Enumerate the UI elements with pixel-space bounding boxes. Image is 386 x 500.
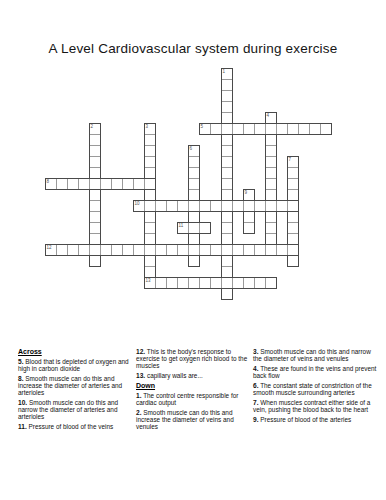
crossword-cell[interactable] (265, 278, 266, 288)
clue-heading-across: Across (18, 348, 132, 356)
crossword-cell[interactable] (243, 201, 244, 211)
clue-number-label: 9 (245, 190, 248, 195)
crossword-cell[interactable] (222, 189, 232, 190)
crossword-cell[interactable] (288, 233, 298, 234)
crossword-cell[interactable] (265, 201, 266, 211)
clue-number-label: 1 (223, 69, 226, 74)
clue-number-label: 6 (190, 146, 193, 151)
clue-5: 5. Blood that is depleted of oxygen and … (18, 358, 132, 372)
clue-number: 2. (136, 409, 142, 416)
clue-7: 7. When muscles contract either side of … (253, 399, 380, 413)
crossword-cell[interactable] (145, 222, 155, 223)
crossword-cell[interactable] (222, 145, 232, 146)
crossword-cell[interactable] (210, 124, 211, 134)
clue-number-label: 11 (179, 223, 184, 228)
crossword-cell[interactable] (56, 179, 57, 189)
crossword-cell[interactable] (90, 134, 100, 135)
crossword-cell[interactable] (145, 134, 155, 135)
clue-number-label: 4 (267, 113, 270, 118)
crossword-cell[interactable] (221, 124, 222, 134)
crossword-cell[interactable] (56, 245, 57, 255)
clue-number: 6. (253, 382, 259, 389)
crossword-cell[interactable] (276, 201, 277, 211)
word-8-across (45, 178, 156, 190)
crossword-cell[interactable] (145, 266, 155, 267)
crossword-cell[interactable] (90, 200, 100, 201)
crossword-cell[interactable] (166, 245, 167, 255)
crossword-cell[interactable] (122, 245, 123, 255)
clue-2: 2. Smooth muscle can do this and increas… (136, 409, 249, 430)
crossword-cell[interactable] (266, 178, 276, 179)
word-10-across (133, 200, 299, 212)
crossword-cell[interactable] (222, 112, 232, 113)
clue-12: 12. This is the body's response to exerc… (136, 348, 249, 369)
crossword-cell[interactable] (276, 245, 277, 255)
clue-number-label: 3 (146, 124, 149, 129)
crossword-cell[interactable] (222, 79, 232, 80)
crossword-cell[interactable] (309, 124, 310, 134)
crossword-cell[interactable] (122, 179, 123, 189)
crossword-cell[interactable] (244, 222, 254, 223)
crossword-cell[interactable] (133, 179, 134, 189)
clue-number: 3. (253, 348, 259, 355)
crossword-cell[interactable] (111, 245, 112, 255)
clue-1: 1. The control centre responsible for ca… (136, 392, 249, 406)
clue-number-label: 5 (201, 124, 204, 129)
clue-number: 11. (18, 423, 27, 430)
crossword-cell[interactable] (90, 211, 100, 212)
crossword-cell[interactable] (266, 167, 276, 168)
clue-number-label: 7 (289, 157, 292, 162)
crossword-cell[interactable] (155, 278, 156, 288)
clue-number: 9. (253, 416, 259, 423)
clue-number: 5. (18, 358, 24, 365)
clue-number-label: 8 (47, 179, 50, 184)
crossword-cell[interactable] (266, 156, 276, 157)
crossword-cell[interactable] (222, 266, 232, 267)
clue-column-1: Across5. Blood that is depleted of oxyge… (18, 348, 132, 433)
crossword-cell[interactable] (188, 245, 189, 255)
crossword-cell[interactable] (243, 124, 244, 134)
clue-number: 12. (136, 348, 145, 355)
crossword-cell[interactable] (243, 245, 244, 255)
crossword-cell[interactable] (177, 245, 178, 255)
clue-9: 9. Pressure of blood of the arteries (253, 416, 380, 423)
crossword-cell[interactable] (90, 167, 100, 168)
crossword-cell[interactable] (144, 179, 145, 189)
clue-number: 13. (136, 372, 145, 379)
crossword-cell[interactable] (177, 201, 178, 211)
clue-number-label: 2 (91, 124, 94, 129)
crossword-cell[interactable] (166, 278, 167, 288)
crossword-cell[interactable] (145, 156, 155, 157)
crossword-cell[interactable] (144, 245, 145, 255)
clue-3: 3. Smooth muscle can do this and narrow … (253, 348, 380, 362)
crossword-cell[interactable] (133, 245, 134, 255)
crossword-cell[interactable] (144, 201, 145, 211)
crossword-cell[interactable] (222, 178, 232, 179)
crossword-cell[interactable] (199, 201, 200, 211)
word-12-across (45, 244, 299, 256)
clue-number-label: 10 (135, 201, 140, 206)
crossword-grid: 12345678910111213 (0, 0, 386, 345)
crossword-cell[interactable] (232, 124, 233, 134)
crossword-cell[interactable] (222, 167, 232, 168)
crossword-cell[interactable] (222, 156, 232, 157)
crossword-cell[interactable] (189, 189, 199, 190)
word-5-across (199, 123, 332, 135)
crossword-cell[interactable] (265, 124, 266, 134)
crossword-cell[interactable] (254, 124, 255, 134)
clue-number: 8. (18, 375, 24, 382)
crossword-cell[interactable] (266, 222, 276, 223)
clue-number-label: 12 (47, 245, 52, 250)
crossword-cell[interactable] (221, 245, 222, 255)
crossword-cell[interactable] (90, 233, 100, 234)
clue-13: 13. capillary walls are... (136, 372, 249, 379)
crossword-cell[interactable] (298, 124, 299, 134)
crossword-cell[interactable] (288, 167, 298, 168)
crossword-cell[interactable] (222, 90, 232, 91)
crossword-cell[interactable] (254, 201, 255, 211)
crossword-cell[interactable] (221, 201, 222, 211)
crossword-cell[interactable] (210, 278, 211, 288)
crossword-cell[interactable] (221, 278, 222, 288)
crossword-cell[interactable] (266, 145, 276, 146)
clue-number: 4. (253, 365, 259, 372)
crossword-cell[interactable] (89, 245, 90, 255)
crossword-cell[interactable] (222, 101, 232, 102)
crossword-cell[interactable] (287, 245, 288, 255)
crossword-cell[interactable] (232, 201, 233, 211)
crossword-cell[interactable] (188, 278, 189, 288)
crossword-cell[interactable] (288, 178, 298, 179)
crossword-cell[interactable] (100, 245, 101, 255)
clue-4: 4. These are found in the veins and prev… (253, 365, 380, 379)
clue-11: 11. Pressure of blood of the veins (18, 423, 132, 430)
crossword-cell[interactable] (145, 145, 155, 146)
crossword-cell[interactable] (155, 201, 156, 211)
crossword-cell[interactable] (188, 223, 189, 233)
crossword-cell[interactable] (145, 233, 155, 234)
crossword-cell[interactable] (100, 179, 101, 189)
crossword-cell[interactable] (189, 178, 199, 179)
crossword-cell[interactable] (266, 189, 276, 190)
crossword-cell[interactable] (90, 145, 100, 146)
clue-6: 6. The constant state of constriction of… (253, 382, 380, 396)
crossword-cell[interactable] (287, 201, 288, 211)
crossword-cell[interactable] (288, 189, 298, 190)
crossword-cell[interactable] (189, 156, 199, 157)
crossword-cell[interactable] (67, 179, 68, 189)
crossword-cell[interactable] (111, 179, 112, 189)
crossword-cell[interactable] (166, 201, 167, 211)
clue-column-3: 3. Smooth muscle can do this and narrow … (253, 348, 380, 426)
crossword-cell[interactable] (199, 223, 200, 233)
crossword-cell[interactable] (188, 201, 189, 211)
crossword-cell[interactable] (199, 245, 200, 255)
crossword-cell[interactable] (210, 201, 211, 211)
crossword-cell[interactable] (78, 179, 79, 189)
crossword-cell[interactable] (90, 156, 100, 157)
crossword-cell[interactable] (232, 278, 233, 288)
crossword-cell[interactable] (276, 124, 277, 134)
crossword-cell[interactable] (78, 245, 79, 255)
crossword-cell[interactable] (67, 245, 68, 255)
crossword-cell[interactable] (254, 278, 255, 288)
crossword-cell[interactable] (177, 278, 178, 288)
clue-number: 1. (136, 392, 142, 399)
crossword-cell[interactable] (210, 245, 211, 255)
crossword-cell[interactable] (266, 233, 276, 234)
clue-number: 7. (253, 399, 259, 406)
crossword-cell[interactable] (222, 233, 232, 234)
crossword-cell[interactable] (287, 124, 288, 134)
crossword-cell[interactable] (90, 222, 100, 223)
crossword-cell[interactable] (265, 245, 266, 255)
clue-8: 8. Smooth muscle can do this and increas… (18, 375, 132, 396)
word-1-down (221, 68, 233, 300)
crossword-cell[interactable] (288, 222, 298, 223)
crossword-cell[interactable] (243, 278, 244, 288)
crossword-cell[interactable] (89, 179, 90, 189)
clue-number-label: 13 (146, 278, 151, 283)
crossword-cell[interactable] (189, 167, 199, 168)
crossword-cell[interactable] (222, 222, 232, 223)
crossword-cell[interactable] (254, 245, 255, 255)
crossword-cell[interactable] (232, 245, 233, 255)
clue-column-2: 12. This is the body's response to exerc… (136, 348, 249, 433)
clue-number: 10. (18, 399, 27, 406)
crossword-cell[interactable] (199, 278, 200, 288)
word-13-across (144, 277, 277, 289)
clue-heading-down: Down (136, 382, 249, 390)
clue-10: 10. Smooth muscle can do this and narrow… (18, 399, 132, 420)
crossword-cell[interactable] (155, 245, 156, 255)
crossword-cell[interactable] (320, 124, 321, 134)
crossword-cell[interactable] (145, 167, 155, 168)
